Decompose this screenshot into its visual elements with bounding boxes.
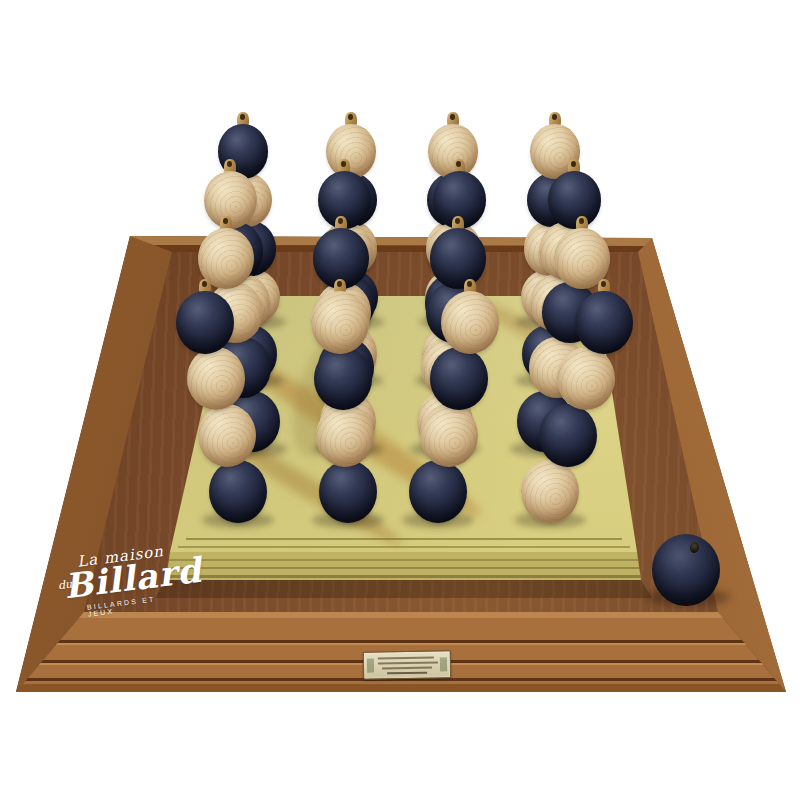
- peg-hole-icon: [467, 281, 472, 287]
- ball-natural: [326, 124, 376, 179]
- peg-hole-icon: [227, 161, 232, 167]
- peg-hole-icon: [689, 541, 701, 554]
- peg-hole-icon: [341, 161, 346, 167]
- plaque-text-line: [382, 667, 432, 670]
- peg-stacks: [0, 0, 800, 800]
- peg-hole-icon: [223, 218, 228, 224]
- peg-hole-icon: [552, 114, 557, 120]
- ball-black: [409, 460, 467, 523]
- ball-natural: [198, 404, 256, 467]
- ball-black: [575, 291, 633, 354]
- peg-hole-icon: [456, 161, 461, 167]
- peg-hole-icon: [338, 218, 343, 224]
- plaque-stamp-icon: [367, 659, 374, 673]
- plaque-text-line: [387, 672, 427, 675]
- ball-natural: [311, 291, 369, 354]
- ball-natural: [420, 404, 478, 467]
- ball-natural: [557, 347, 615, 410]
- plaque-text-line: [378, 657, 434, 660]
- plaque-text-line: [378, 661, 438, 664]
- ball-black: [539, 404, 597, 467]
- maker-plaque: [363, 650, 451, 680]
- peg-hole-icon: [348, 114, 353, 120]
- peg-hole-icon: [450, 114, 455, 120]
- ball-natural: [187, 347, 245, 410]
- ball-black: [548, 171, 601, 229]
- peg-hole-icon: [601, 281, 606, 287]
- ball-natural: [316, 404, 374, 467]
- ball-natural: [521, 460, 579, 523]
- peg-hole-icon: [571, 161, 576, 167]
- peg-hole-icon: [579, 218, 584, 224]
- ball-black: [314, 347, 372, 410]
- peg-hole-icon: [240, 114, 245, 120]
- ball-black: [176, 291, 234, 354]
- ball-black: [209, 460, 267, 523]
- brand-line-2: du: [57, 578, 73, 593]
- peg-hole-icon: [202, 281, 207, 287]
- ball-black: [430, 347, 488, 410]
- product-photo-score4: La maison du Billard BILLARDS ET JEUX: [0, 0, 800, 800]
- loose-black-ball: [652, 534, 720, 606]
- ball-black: [319, 460, 377, 523]
- ball-black: [430, 228, 486, 289]
- plaque-stamp-icon: [440, 657, 447, 671]
- ball-natural: [441, 291, 499, 354]
- peg-hole-icon: [337, 281, 342, 287]
- peg-hole-icon: [455, 218, 460, 224]
